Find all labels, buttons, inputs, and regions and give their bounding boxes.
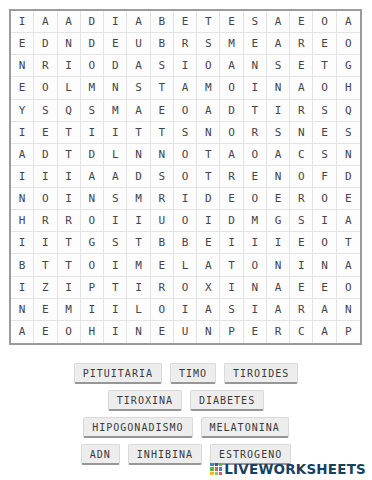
grid-cell-r9c4[interactable]: N [81, 188, 104, 210]
grid-cell-r11c6[interactable]: T [127, 232, 150, 254]
grid-cell-r3c4[interactable]: O [81, 55, 104, 77]
grid-cell-r11c9[interactable]: E [197, 232, 220, 254]
grid-cell-r4c15[interactable]: H [337, 77, 360, 99]
grid-cell-r8c3[interactable]: I [58, 166, 81, 188]
logo-icon-square [219, 467, 222, 470]
grid-cell-r7c12[interactable]: A [267, 144, 290, 166]
grid-cell-r9c10[interactable]: E [220, 188, 243, 210]
grid-cell-r2c8[interactable]: R [174, 33, 197, 55]
grid-cell-r6c6[interactable]: T [127, 122, 150, 144]
grid-cell-r7c10[interactable]: A [220, 144, 243, 166]
grid-cell-r6c11[interactable]: R [244, 122, 267, 144]
grid-cell-r10c12[interactable]: G [267, 210, 290, 232]
grid-cell-r7c14[interactable]: S [313, 144, 336, 166]
grid-cell-r13c3[interactable]: I [58, 277, 81, 299]
grid-cell-r14c11[interactable]: I [244, 299, 267, 321]
grid-cell-r8c8[interactable]: O [174, 166, 197, 188]
grid-cell-r5c15[interactable]: Q [337, 100, 360, 122]
grid-cell-r13c12[interactable]: A [267, 277, 290, 299]
grid-cell-r9c3[interactable]: I [58, 188, 81, 210]
logo-icon-square [215, 472, 218, 475]
grid-cell-r11c12[interactable]: I [267, 232, 290, 254]
grid-cell-r9c1[interactable]: N [11, 188, 34, 210]
word-chip-timo[interactable]: TIMO [170, 363, 216, 384]
grid-cell-r2c13[interactable]: R [290, 33, 313, 55]
grid-cell-r15c15[interactable]: P [337, 321, 360, 343]
grid-cell-r10c11[interactable]: M [244, 210, 267, 232]
grid-cell-r15c7[interactable]: E [151, 321, 174, 343]
grid-cell-r6c4[interactable]: I [81, 122, 104, 144]
grid-cell-r9c14[interactable]: O [313, 188, 336, 210]
grid-cell-r15c3[interactable]: O [58, 321, 81, 343]
grid-cell-r3c7[interactable]: S [151, 55, 174, 77]
grid-cell-r5c9[interactable]: A [197, 100, 220, 122]
liveworksheets-logo[interactable]: LIVEWORKSHEETS [210, 461, 366, 477]
grid-cell-r7c1[interactable]: A [11, 144, 34, 166]
grid-cell-r4c6[interactable]: S [127, 77, 150, 99]
grid-cell-r6c10[interactable]: O [220, 122, 243, 144]
grid-cell-r13c6[interactable]: I [127, 277, 150, 299]
grid-cell-r2c12[interactable]: A [267, 33, 290, 55]
grid-cell-r9c2[interactable]: O [34, 188, 57, 210]
grid-cell-r5c8[interactable]: O [174, 100, 197, 122]
grid-cell-r2c6[interactable]: U [127, 33, 150, 55]
grid-cell-r11c11[interactable]: I [244, 232, 267, 254]
grid-cell-r10c14[interactable]: I [313, 210, 336, 232]
grid-cell-r1c7[interactable]: B [151, 11, 174, 33]
grid-cell-r5c2[interactable]: S [34, 100, 57, 122]
grid-cell-r3c2[interactable]: R [34, 55, 57, 77]
word-bank-row: HIPOGONADISMOMELATONINA [79, 417, 293, 438]
grid-cell-r6c8[interactable]: S [174, 122, 197, 144]
grid-cell-r8c7[interactable]: S [151, 166, 174, 188]
grid-cell-r4c13[interactable]: A [290, 77, 313, 99]
grid-cell-r8c11[interactable]: E [244, 166, 267, 188]
grid-cell-r11c7[interactable]: B [151, 232, 174, 254]
grid-cell-r15c6[interactable]: N [127, 321, 150, 343]
word-chip-adn[interactable]: ADN [81, 444, 120, 465]
grid-cell-r8c14[interactable]: F [313, 166, 336, 188]
grid-cell-r11c15[interactable]: T [337, 232, 360, 254]
grid-cell-r1c10[interactable]: E [220, 11, 243, 33]
logo-icon-square [215, 467, 218, 470]
grid-cell-r12c2[interactable]: T [34, 254, 57, 276]
grid-cell-r12c6[interactable]: M [127, 254, 150, 276]
grid-cell-r2c3[interactable]: N [58, 33, 81, 55]
grid-cell-r12c13[interactable]: I [290, 254, 313, 276]
grid-cell-r3c14[interactable]: T [313, 55, 336, 77]
grid-cell-r10c9[interactable]: I [197, 210, 220, 232]
grid-cell-r10c10[interactable]: D [220, 210, 243, 232]
grid-cell-r11c1[interactable]: I [11, 232, 34, 254]
grid-cell-r5c5[interactable]: M [104, 100, 127, 122]
grid-cell-r9c12[interactable]: E [267, 188, 290, 210]
grid-cell-r9c6[interactable]: M [127, 188, 150, 210]
grid-cell-r15c2[interactable]: E [34, 321, 57, 343]
grid-cell-r12c7[interactable]: E [151, 254, 174, 276]
word-bank-row: TIROXINADIABETES [104, 390, 268, 411]
grid-cell-r9c13[interactable]: R [290, 188, 313, 210]
grid-cell-r13c1[interactable]: I [11, 277, 34, 299]
grid-cell-r12c5[interactable]: I [104, 254, 127, 276]
grid-cell-r12c1[interactable]: B [11, 254, 34, 276]
grid-cell-r7c6[interactable]: N [127, 144, 150, 166]
grid-cell-r13c5[interactable]: T [104, 277, 127, 299]
grid-cell-r10c3[interactable]: R [58, 210, 81, 232]
grid-cell-r14c9[interactable]: A [197, 299, 220, 321]
grid-cell-r5c3[interactable]: Q [58, 100, 81, 122]
grid-cell-r1c15[interactable]: A [337, 11, 360, 33]
grid-cell-r7c9[interactable]: T [197, 144, 220, 166]
grid-cell-r13c8[interactable]: O [174, 277, 197, 299]
grid-cell-r14c10[interactable]: S [220, 299, 243, 321]
grid-cell-r9c9[interactable]: D [197, 188, 220, 210]
grid-cell-r3c1[interactable]: N [11, 55, 34, 77]
grid-cell-r15c12[interactable]: R [267, 321, 290, 343]
liveworksheets-logo-text: LIVEWORKSHEETS [224, 461, 366, 477]
grid-cell-r2c7[interactable]: B [151, 33, 174, 55]
grid-cell-r12c3[interactable]: T [58, 254, 81, 276]
grid-cell-r3c5[interactable]: D [104, 55, 127, 77]
grid-cell-r5c13[interactable]: R [290, 100, 313, 122]
grid-cell-r11c4[interactable]: G [81, 232, 104, 254]
grid-cell-r15c10[interactable]: P [220, 321, 243, 343]
grid-cell-r1c14[interactable]: O [313, 11, 336, 33]
grid-cell-r6c7[interactable]: T [151, 122, 174, 144]
grid-cell-r10c15[interactable]: A [337, 210, 360, 232]
grid-cell-r2c9[interactable]: S [197, 33, 220, 55]
grid-cell-r10c5[interactable]: I [104, 210, 127, 232]
grid-cell-r4c1[interactable]: E [11, 77, 34, 99]
grid-cell-r15c11[interactable]: E [244, 321, 267, 343]
grid-cell-r1c5[interactable]: I [104, 11, 127, 33]
grid-cell-r6c13[interactable]: N [290, 122, 313, 144]
grid-cell-r4c12[interactable]: N [267, 77, 290, 99]
grid-cell-r11c13[interactable]: E [290, 232, 313, 254]
word-chip-inhibina[interactable]: INHIBINA [128, 444, 202, 465]
grid-cell-r11c5[interactable]: S [104, 232, 127, 254]
grid-cell-r2c2[interactable]: D [34, 33, 57, 55]
grid-cell-r7c3[interactable]: T [58, 144, 81, 166]
word-bank-row: PITUITARIATIMOTIROIDES [70, 363, 302, 384]
grid-cell-r5c6[interactable]: A [127, 100, 150, 122]
grid-cell-r10c4[interactable]: O [81, 210, 104, 232]
grid-cell-r9c8[interactable]: I [174, 188, 197, 210]
grid-cell-r14c15[interactable]: N [337, 299, 360, 321]
grid-cell-r14c7[interactable]: O [151, 299, 174, 321]
grid-cell-r2c14[interactable]: E [313, 33, 336, 55]
grid-cell-r11c8[interactable]: B [174, 232, 197, 254]
grid-cell-r2c5[interactable]: E [104, 33, 127, 55]
grid-cell-r15c13[interactable]: C [290, 321, 313, 343]
grid-cell-r10c6[interactable]: I [127, 210, 150, 232]
grid-cell-r4c8[interactable]: A [174, 77, 197, 99]
grid-cell-r15c4[interactable]: H [81, 321, 104, 343]
grid-cell-r15c5[interactable]: I [104, 321, 127, 343]
grid-cell-r5c7[interactable]: E [151, 100, 174, 122]
grid-cell-r2c10[interactable]: M [220, 33, 243, 55]
grid-cell-r5c10[interactable]: D [220, 100, 243, 122]
grid-cell-r4c4[interactable]: M [81, 77, 104, 99]
grid-cell-r8c2[interactable]: I [34, 166, 57, 188]
grid-cell-r3c3[interactable]: I [58, 55, 81, 77]
grid-cell-r13c11[interactable]: N [244, 277, 267, 299]
word-bank: PITUITARIATIMOTIROIDESTIROXINADIABETESHI… [0, 360, 372, 468]
grid-cell-r10c1[interactable]: H [11, 210, 34, 232]
grid-cell-r14c12[interactable]: A [267, 299, 290, 321]
grid-cell-r6c14[interactable]: E [313, 122, 336, 144]
word-chip-tiroides[interactable]: TIROIDES [224, 363, 298, 384]
grid-cell-r1c8[interactable]: E [174, 11, 197, 33]
logo-icon-square [210, 467, 213, 470]
grid-cell-r10c8[interactable]: O [174, 210, 197, 232]
grid-cell-r2c11[interactable]: E [244, 33, 267, 55]
grid-cell-r4c3[interactable]: L [58, 77, 81, 99]
grid-cell-r2c1[interactable]: E [11, 33, 34, 55]
grid-cell-r9c15[interactable]: E [337, 188, 360, 210]
grid-cell-r1c11[interactable]: S [244, 11, 267, 33]
grid-cell-r4c5[interactable]: N [104, 77, 127, 99]
word-chip-pituitaria[interactable]: PITUITARIA [74, 363, 162, 384]
grid-cell-r15c9[interactable]: N [197, 321, 220, 343]
grid-cell-r8c5[interactable]: A [104, 166, 127, 188]
grid-cell-r11c3[interactable]: T [58, 232, 81, 254]
liveworksheets-logo-icon [210, 463, 222, 475]
grid-cell-r12c9[interactable]: A [197, 254, 220, 276]
grid-cell-r11c2[interactable]: I [34, 232, 57, 254]
wordsearch-board-frame: IAADIABETESAEOAEDNDEUBRSMEAREONRIODASIOA… [9, 9, 362, 345]
grid-cell-r6c2[interactable]: E [34, 122, 57, 144]
grid-cell-r3c12[interactable]: S [267, 55, 290, 77]
grid-cell-r8c12[interactable]: N [267, 166, 290, 188]
grid-cell-r13c13[interactable]: E [290, 277, 313, 299]
grid-cell-r5c14[interactable]: S [313, 100, 336, 122]
grid-cell-r4c14[interactable]: O [313, 77, 336, 99]
grid-cell-r14c14[interactable]: A [313, 299, 336, 321]
grid-cell-r7c2[interactable]: D [34, 144, 57, 166]
grid-cell-r15c14[interactable]: A [313, 321, 336, 343]
grid-cell-r5c1[interactable]: Y [11, 100, 34, 122]
grid-cell-r3c11[interactable]: N [244, 55, 267, 77]
grid-cell-r5c4[interactable]: S [81, 100, 104, 122]
grid-cell-r8c9[interactable]: T [197, 166, 220, 188]
grid-cell-r6c5[interactable]: I [104, 122, 127, 144]
grid-cell-r7c8[interactable]: O [174, 144, 197, 166]
logo-icon-square [219, 472, 222, 475]
grid-cell-r14c2[interactable]: E [34, 299, 57, 321]
grid-cell-r3c9[interactable]: O [197, 55, 220, 77]
grid-cell-r12c4[interactable]: O [81, 254, 104, 276]
grid-cell-r9c7[interactable]: R [151, 188, 174, 210]
grid-cell-r10c2[interactable]: R [34, 210, 57, 232]
grid-cell-r8c10[interactable]: R [220, 166, 243, 188]
logo-icon-square [210, 472, 213, 475]
grid-cell-r2c15[interactable]: O [337, 33, 360, 55]
grid-cell-r8c4[interactable]: A [81, 166, 104, 188]
grid-cell-r14c1[interactable]: N [11, 299, 34, 321]
grid-cell-r1c9[interactable]: T [197, 11, 220, 33]
grid-cell-r3c15[interactable]: G [337, 55, 360, 77]
word-chip-tiroxina[interactable]: TIROXINA [108, 390, 182, 411]
grid-cell-r4c7[interactable]: T [151, 77, 174, 99]
word-chip-melatonina[interactable]: MELATONINA [201, 417, 289, 438]
grid-cell-r15c1[interactable]: A [11, 321, 34, 343]
grid-cell-r14c3[interactable]: M [58, 299, 81, 321]
grid-cell-r13c9[interactable]: X [197, 277, 220, 299]
grid-cell-r4c11[interactable]: I [244, 77, 267, 99]
grid-cell-r15c8[interactable]: U [174, 321, 197, 343]
grid-cell-r3c13[interactable]: E [290, 55, 313, 77]
word-chip-diabetes[interactable]: DIABETES [190, 390, 264, 411]
grid-cell-r6c3[interactable]: T [58, 122, 81, 144]
grid-cell-r11c10[interactable]: I [220, 232, 243, 254]
grid-cell-r7c13[interactable]: C [290, 144, 313, 166]
grid-cell-r6c15[interactable]: S [337, 122, 360, 144]
word-chip-hipogonadismo[interactable]: HIPOGONADISMO [83, 417, 192, 438]
logo-icon-square [210, 463, 213, 466]
grid-cell-r7c11[interactable]: O [244, 144, 267, 166]
grid-cell-r6c1[interactable]: I [11, 122, 34, 144]
grid-cell-r8c6[interactable]: D [127, 166, 150, 188]
grid-cell-r1c4[interactable]: D [81, 11, 104, 33]
grid-cell-r1c13[interactable]: E [290, 11, 313, 33]
grid-cell-r12c14[interactable]: N [313, 254, 336, 276]
grid-cell-r12c15[interactable]: A [337, 254, 360, 276]
grid-cell-r13c15[interactable]: O [337, 277, 360, 299]
grid-cell-r10c7[interactable]: U [151, 210, 174, 232]
grid-cell-r14c6[interactable]: L [127, 299, 150, 321]
grid-cell-r3c10[interactable]: A [220, 55, 243, 77]
grid-cell-r14c5[interactable]: I [104, 299, 127, 321]
grid-cell-r1c6[interactable]: A [127, 11, 150, 33]
grid-cell-r13c4[interactable]: P [81, 277, 104, 299]
grid-cell-r1c12[interactable]: A [267, 11, 290, 33]
grid-cell-r8c13[interactable]: O [290, 166, 313, 188]
grid-cell-r12c8[interactable]: L [174, 254, 197, 276]
grid-cell-r3c6[interactable]: A [127, 55, 150, 77]
grid-cell-r2c4[interactable]: D [81, 33, 104, 55]
grid-cell-r9c5[interactable]: S [104, 188, 127, 210]
grid-cell-r14c8[interactable]: I [174, 299, 197, 321]
grid-cell-r5c12[interactable]: I [267, 100, 290, 122]
grid-cell-r4c2[interactable]: O [34, 77, 57, 99]
grid-cell-r13c10[interactable]: I [220, 277, 243, 299]
grid-cell-r7c7[interactable]: N [151, 144, 174, 166]
grid-cell-r12c12[interactable]: N [267, 254, 290, 276]
grid-cell-r8c1[interactable]: I [11, 166, 34, 188]
grid-cell-r7c5[interactable]: L [104, 144, 127, 166]
grid-cell-r13c2[interactable]: Z [34, 277, 57, 299]
grid-cell-r7c15[interactable]: N [337, 144, 360, 166]
grid-cell-r6c9[interactable]: N [197, 122, 220, 144]
grid-cell-r14c4[interactable]: I [81, 299, 104, 321]
grid-cell-r4c9[interactable]: M [197, 77, 220, 99]
grid-cell-r1c2[interactable]: A [34, 11, 57, 33]
grid-cell-r1c1[interactable]: I [11, 11, 34, 33]
grid-cell-r13c14[interactable]: E [313, 277, 336, 299]
grid-cell-r6c12[interactable]: S [267, 122, 290, 144]
grid-cell-r1c3[interactable]: A [58, 11, 81, 33]
grid-cell-r12c10[interactable]: T [220, 254, 243, 276]
logo-icon-square [215, 463, 218, 466]
grid-cell-r5c11[interactable]: T [244, 100, 267, 122]
grid-cell-r14c13[interactable]: R [290, 299, 313, 321]
grid-cell-r12c11[interactable]: O [244, 254, 267, 276]
grid-cell-r3c8[interactable]: I [174, 55, 197, 77]
grid-cell-r13c7[interactable]: R [151, 277, 174, 299]
logo-icon-square [219, 463, 222, 466]
grid-cell-r9c11[interactable]: O [244, 188, 267, 210]
grid-cell-r4c10[interactable]: O [220, 77, 243, 99]
grid-cell-r8c15[interactable]: D [337, 166, 360, 188]
wordsearch-grid: IAADIABETESAEOAEDNDEUBRSMEAREONRIODASIOA… [11, 11, 360, 343]
grid-cell-r11c14[interactable]: O [313, 232, 336, 254]
grid-cell-r7c4[interactable]: D [81, 144, 104, 166]
grid-cell-r10c13[interactable]: S [290, 210, 313, 232]
